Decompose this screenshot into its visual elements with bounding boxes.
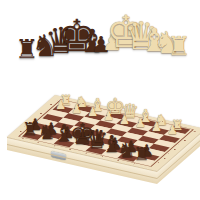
board-scene: ♜♞♝♚♛♝♞♜♟♟♟♟♟♟♟♟♟♟♟♟♟♟♟♟♜♞♝♚♛♝♞♜ [0, 0, 200, 200]
black-queen-d8[interactable]: ♛ [85, 126, 102, 152]
black-knight-b8[interactable]: ♞ [117, 140, 134, 160]
black-rook-a8[interactable]: ♜ [133, 145, 150, 163]
clasp-latch[interactable] [51, 151, 66, 160]
chess-set-photo: ♜♞♛♚♝♟♟♚♛♝♞♜ ♜♞♝♚♛♝♞♜♟♟♟♟♟♟♟♟♟♟♟♟♟♟♟♟♜♞♝… [0, 0, 200, 200]
black-bishop-f8[interactable]: ♝ [53, 122, 70, 145]
black-king-e8[interactable]: ♚ [69, 120, 86, 149]
black-knight-g8[interactable]: ♞ [38, 122, 55, 142]
black-bishop-c8[interactable]: ♝ [101, 133, 118, 156]
